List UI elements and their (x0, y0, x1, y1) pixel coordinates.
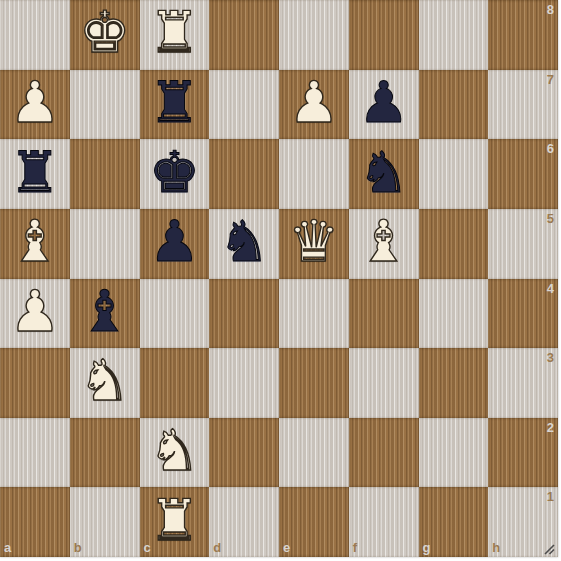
square-e7[interactable]: ♟ (279, 70, 349, 140)
square-a1[interactable]: a (0, 487, 70, 557)
black-king[interactable]: ♚ (149, 144, 200, 201)
square-d3[interactable] (209, 348, 279, 418)
square-a4[interactable]: ♟ (0, 279, 70, 349)
square-g6[interactable] (419, 139, 489, 209)
square-c5[interactable]: ♟ (140, 209, 210, 279)
rank-label-3: 3 (547, 351, 554, 364)
square-f8[interactable] (349, 0, 419, 70)
square-c8[interactable]: ♜ (140, 0, 210, 70)
square-e1[interactable]: e (279, 487, 349, 557)
square-c6[interactable]: ♚ (140, 139, 210, 209)
square-e6[interactable] (279, 139, 349, 209)
square-b8[interactable]: ♚ (70, 0, 140, 70)
white-pawn[interactable]: ♟ (288, 74, 339, 131)
square-h5[interactable]: 5 (488, 209, 558, 279)
square-d2[interactable] (209, 418, 279, 488)
square-h2[interactable]: 2 (488, 418, 558, 488)
square-c3[interactable] (140, 348, 210, 418)
square-d5[interactable]: ♞ (209, 209, 279, 279)
square-d7[interactable] (209, 70, 279, 140)
square-f1[interactable]: f (349, 487, 419, 557)
square-c1[interactable]: ♜c (140, 487, 210, 557)
square-c7[interactable]: ♜ (140, 70, 210, 140)
square-b6[interactable] (70, 139, 140, 209)
square-b3[interactable]: ♞ (70, 348, 140, 418)
square-a5[interactable]: ♝ (0, 209, 70, 279)
square-e3[interactable] (279, 348, 349, 418)
square-f7[interactable]: ♟ (349, 70, 419, 140)
square-a6[interactable]: ♜ (0, 139, 70, 209)
file-label-f: f (353, 541, 357, 554)
rank-label-1: 1 (547, 490, 554, 503)
square-f5[interactable]: ♝ (349, 209, 419, 279)
rank-label-8: 8 (547, 3, 554, 16)
square-a2[interactable] (0, 418, 70, 488)
square-h1[interactable]: 1h (488, 487, 558, 557)
black-bishop[interactable]: ♝ (79, 283, 130, 340)
rank-label-5: 5 (547, 212, 554, 225)
square-f6[interactable]: ♞ (349, 139, 419, 209)
square-f2[interactable] (349, 418, 419, 488)
square-h4[interactable]: 4 (488, 279, 558, 349)
square-d1[interactable]: d (209, 487, 279, 557)
page: ♚♜8♟♜♟♟7♜♚♞6♝♟♞♛♝5♟♝4♞3♞2ab♜cdefg1h (0, 0, 561, 561)
white-bishop[interactable]: ♝ (9, 213, 60, 270)
square-b2[interactable] (70, 418, 140, 488)
black-knight[interactable]: ♞ (219, 213, 270, 270)
black-pawn[interactable]: ♟ (149, 213, 200, 270)
white-pawn[interactable]: ♟ (9, 74, 60, 131)
white-knight[interactable]: ♞ (79, 352, 130, 409)
square-c2[interactable]: ♞ (140, 418, 210, 488)
square-h7[interactable]: 7 (488, 70, 558, 140)
square-g1[interactable]: g (419, 487, 489, 557)
square-h6[interactable]: 6 (488, 139, 558, 209)
black-rook[interactable]: ♜ (149, 74, 200, 131)
square-g8[interactable] (419, 0, 489, 70)
rank-label-4: 4 (547, 282, 554, 295)
white-bishop[interactable]: ♝ (358, 213, 409, 270)
file-label-e: e (283, 541, 290, 554)
black-knight[interactable]: ♞ (358, 144, 409, 201)
square-e5[interactable]: ♛ (279, 209, 349, 279)
square-g4[interactable] (419, 279, 489, 349)
square-g5[interactable] (419, 209, 489, 279)
square-g2[interactable] (419, 418, 489, 488)
square-a8[interactable] (0, 0, 70, 70)
square-h3[interactable]: 3 (488, 348, 558, 418)
square-e4[interactable] (279, 279, 349, 349)
file-label-b: b (74, 541, 82, 554)
white-pawn[interactable]: ♟ (9, 283, 60, 340)
square-h8[interactable]: 8 (488, 0, 558, 70)
black-rook[interactable]: ♜ (9, 144, 60, 201)
square-d6[interactable] (209, 139, 279, 209)
white-king[interactable]: ♚ (79, 4, 130, 61)
white-queen[interactable]: ♛ (288, 213, 339, 270)
file-label-g: g (423, 541, 431, 554)
square-a3[interactable] (0, 348, 70, 418)
white-rook[interactable]: ♜ (149, 4, 200, 61)
rank-label-7: 7 (547, 73, 554, 86)
square-d8[interactable] (209, 0, 279, 70)
square-d4[interactable] (209, 279, 279, 349)
rank-label-2: 2 (547, 421, 554, 434)
square-b7[interactable] (70, 70, 140, 140)
black-pawn[interactable]: ♟ (358, 74, 409, 131)
chess-board: ♚♜8♟♜♟♟7♜♚♞6♝♟♞♛♝5♟♝4♞3♞2ab♜cdefg1h (0, 0, 558, 557)
square-b4[interactable]: ♝ (70, 279, 140, 349)
resize-handle-icon[interactable] (543, 542, 556, 555)
square-g7[interactable] (419, 70, 489, 140)
rank-label-6: 6 (547, 142, 554, 155)
square-b5[interactable] (70, 209, 140, 279)
square-e2[interactable] (279, 418, 349, 488)
square-e8[interactable] (279, 0, 349, 70)
white-rook[interactable]: ♜ (149, 492, 200, 549)
square-f3[interactable] (349, 348, 419, 418)
square-b1[interactable]: b (70, 487, 140, 557)
file-label-a: a (4, 541, 11, 554)
square-c4[interactable] (140, 279, 210, 349)
white-knight[interactable]: ♞ (149, 422, 200, 479)
file-label-h: h (492, 541, 500, 554)
square-a7[interactable]: ♟ (0, 70, 70, 140)
file-label-d: d (213, 541, 221, 554)
square-f4[interactable] (349, 279, 419, 349)
square-g3[interactable] (419, 348, 489, 418)
